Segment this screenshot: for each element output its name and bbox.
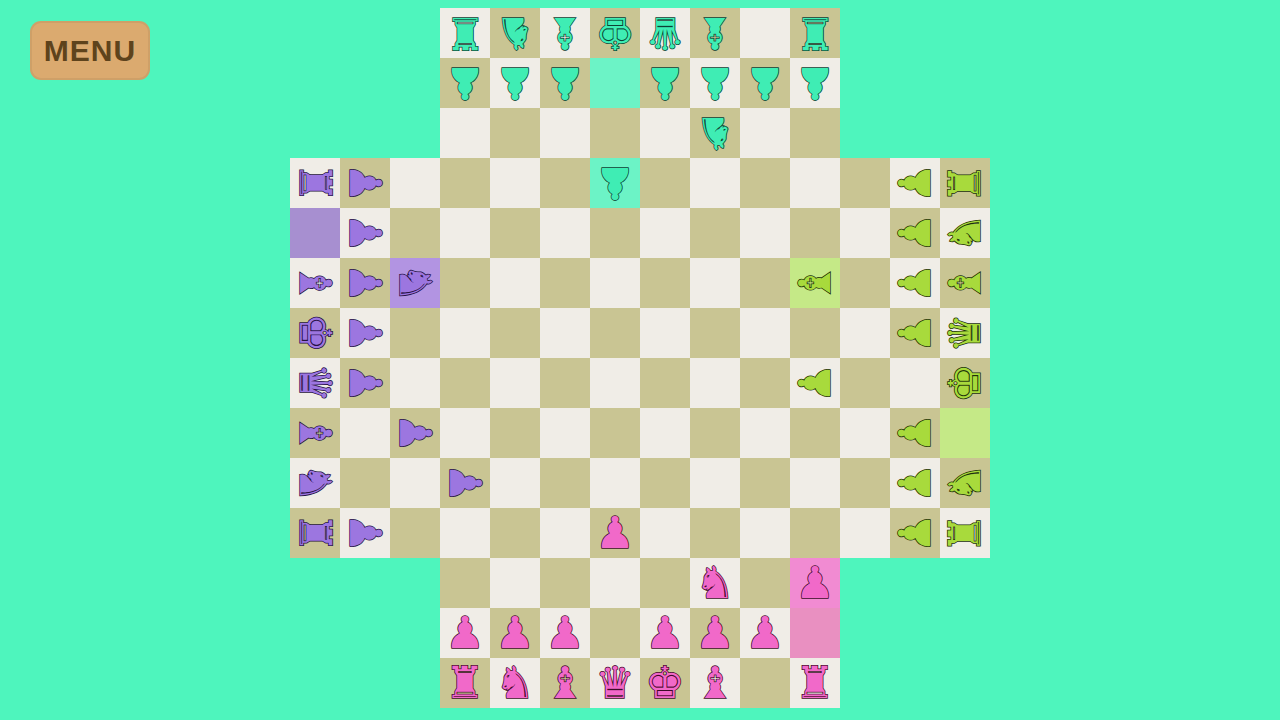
board-cutout: [940, 658, 990, 708]
square-6-9[interactable]: [740, 308, 790, 358]
square-5-4[interactable]: [490, 258, 540, 308]
board-cutout: [290, 658, 340, 708]
square-13-7[interactable]: ♚: [640, 658, 690, 708]
square-1-7[interactable]: ♟: [640, 58, 690, 108]
purple-pawn[interactable]: ♟: [340, 158, 390, 208]
square-7-12[interactable]: [890, 358, 940, 408]
square-2-8[interactable]: ♞: [690, 108, 740, 158]
square-6-7[interactable]: [640, 308, 690, 358]
purple-pawn[interactable]: ♟: [340, 258, 390, 308]
square-3-6[interactable]: ♟: [590, 158, 640, 208]
square-3-4[interactable]: [490, 158, 540, 208]
square-4-2[interactable]: [390, 208, 440, 258]
board-cutout: [340, 608, 390, 658]
square-11-3[interactable]: [440, 558, 490, 608]
purple-pawn[interactable]: ♟: [340, 358, 390, 408]
square-11-6[interactable]: [590, 558, 640, 608]
square-4-0[interactable]: [290, 208, 340, 258]
teal-pawn[interactable]: ♟: [440, 58, 490, 108]
square-5-7[interactable]: [640, 258, 690, 308]
square-1-3[interactable]: ♟: [440, 58, 490, 108]
square-3-12[interactable]: ♟: [890, 158, 940, 208]
square-3-3[interactable]: [440, 158, 490, 208]
square-10-6[interactable]: ♟: [590, 508, 640, 558]
green-pawn[interactable]: ♟: [890, 408, 940, 458]
square-4-11[interactable]: [840, 208, 890, 258]
teal-king[interactable]: ♚: [590, 8, 640, 58]
square-5-13[interactable]: ♝: [940, 258, 990, 308]
board-cutout: [940, 558, 990, 608]
square-0-8[interactable]: ♝: [690, 8, 740, 58]
green-pawn[interactable]: ♟: [890, 158, 940, 208]
square-6-3[interactable]: [440, 308, 490, 358]
square-5-5[interactable]: [540, 258, 590, 308]
square-9-0[interactable]: ♞: [290, 458, 340, 508]
green-bishop[interactable]: ♝: [940, 258, 990, 308]
square-8-1[interactable]: [340, 408, 390, 458]
square-0-7[interactable]: ♛: [640, 8, 690, 58]
purple-pawn[interactable]: ♟: [340, 508, 390, 558]
board-cutout: [840, 58, 890, 108]
square-5-11[interactable]: [840, 258, 890, 308]
square-7-5[interactable]: [540, 358, 590, 408]
teal-rook[interactable]: ♜: [790, 8, 840, 58]
square-7-3[interactable]: [440, 358, 490, 408]
teal-pawn[interactable]: ♟: [590, 158, 640, 208]
square-5-9[interactable]: [740, 258, 790, 308]
square-5-8[interactable]: [690, 258, 740, 308]
square-9-9[interactable]: [740, 458, 790, 508]
square-2-9[interactable]: [740, 108, 790, 158]
square-4-7[interactable]: [640, 208, 690, 258]
square-8-6[interactable]: [590, 408, 640, 458]
purple-knight[interactable]: ♞: [390, 258, 440, 308]
teal-bishop[interactable]: ♝: [540, 8, 590, 58]
square-7-6[interactable]: [590, 358, 640, 408]
square-10-7[interactable]: [640, 508, 690, 558]
purple-pawn[interactable]: ♟: [340, 208, 390, 258]
pink-pawn[interactable]: ♟: [590, 508, 640, 558]
square-10-13[interactable]: ♜: [940, 508, 990, 558]
square-4-3[interactable]: [440, 208, 490, 258]
board-cutout: [340, 558, 390, 608]
square-2-10[interactable]: [790, 108, 840, 158]
square-9-7[interactable]: [640, 458, 690, 508]
teal-bishop[interactable]: ♝: [690, 8, 740, 58]
square-3-1[interactable]: ♟: [340, 158, 390, 208]
pink-rook[interactable]: ♜: [440, 658, 490, 708]
square-5-1[interactable]: ♟: [340, 258, 390, 308]
square-13-5[interactable]: ♝: [540, 658, 590, 708]
square-1-5[interactable]: ♟: [540, 58, 590, 108]
square-10-11[interactable]: [840, 508, 890, 558]
purple-bishop[interactable]: ♝: [290, 408, 340, 458]
square-4-12[interactable]: ♟: [890, 208, 940, 258]
green-pawn[interactable]: ♟: [890, 508, 940, 558]
teal-pawn[interactable]: ♟: [490, 58, 540, 108]
chess-board: ♜♞♝♚♛♝♜♟♟♟♟♟♟♟♞♜♟♟♟♜♟♟♞♝♟♞♝♟♝♚♟♟♛♛♟♟♚♝♟♟…: [290, 8, 990, 708]
board-cutout: [840, 658, 890, 708]
square-13-8[interactable]: ♝: [690, 658, 740, 708]
square-13-4[interactable]: ♞: [490, 658, 540, 708]
menu-button[interactable]: MENU: [30, 21, 150, 80]
square-5-6[interactable]: [590, 258, 640, 308]
square-8-11[interactable]: [840, 408, 890, 458]
square-2-4[interactable]: [490, 108, 540, 158]
pink-pawn[interactable]: ♟: [540, 608, 590, 658]
purple-bishop[interactable]: ♝: [290, 258, 340, 308]
square-3-11[interactable]: [840, 158, 890, 208]
board-cutout: [290, 8, 340, 58]
square-1-6[interactable]: [590, 58, 640, 108]
square-11-10[interactable]: ♟: [790, 558, 840, 608]
square-8-5[interactable]: [540, 408, 590, 458]
green-queen[interactable]: ♛: [940, 308, 990, 358]
square-9-4[interactable]: [490, 458, 540, 508]
square-6-6[interactable]: [590, 308, 640, 358]
green-bishop[interactable]: ♝: [790, 258, 840, 308]
board-cutout: [890, 558, 940, 608]
square-10-8[interactable]: [690, 508, 740, 558]
square-2-3[interactable]: [440, 108, 490, 158]
square-0-4[interactable]: ♞: [490, 8, 540, 58]
square-9-13[interactable]: ♞: [940, 458, 990, 508]
pink-rook[interactable]: ♜: [790, 658, 840, 708]
square-5-12[interactable]: ♟: [890, 258, 940, 308]
square-8-10[interactable]: [790, 408, 840, 458]
square-6-2[interactable]: [390, 308, 440, 358]
square-12-7[interactable]: ♟: [640, 608, 690, 658]
square-6-1[interactable]: ♟: [340, 308, 390, 358]
square-5-3[interactable]: [440, 258, 490, 308]
square-4-6[interactable]: [590, 208, 640, 258]
green-king[interactable]: ♚: [940, 358, 990, 408]
square-6-13[interactable]: ♛: [940, 308, 990, 358]
square-8-8[interactable]: [690, 408, 740, 458]
square-10-3[interactable]: [440, 508, 490, 558]
board-cutout: [390, 58, 440, 108]
square-8-12[interactable]: ♟: [890, 408, 940, 458]
board-cutout: [340, 58, 390, 108]
square-7-10[interactable]: ♟: [790, 358, 840, 408]
square-3-7[interactable]: [640, 158, 690, 208]
square-13-10[interactable]: ♜: [790, 658, 840, 708]
green-knight[interactable]: ♞: [940, 458, 990, 508]
board-cutout: [340, 8, 390, 58]
board-cutout: [290, 108, 340, 158]
square-1-8[interactable]: ♟: [690, 58, 740, 108]
square-3-13[interactable]: ♜: [940, 158, 990, 208]
board-cutout: [890, 108, 940, 158]
teal-pawn[interactable]: ♟: [690, 58, 740, 108]
square-12-4[interactable]: ♟: [490, 608, 540, 658]
square-12-5[interactable]: ♟: [540, 608, 590, 658]
square-3-8[interactable]: [690, 158, 740, 208]
pink-pawn[interactable]: ♟: [640, 608, 690, 658]
green-rook[interactable]: ♜: [940, 508, 990, 558]
square-9-3[interactable]: ♟: [440, 458, 490, 508]
square-3-5[interactable]: [540, 158, 590, 208]
square-13-6[interactable]: ♛: [590, 658, 640, 708]
square-12-8[interactable]: ♟: [690, 608, 740, 658]
board-cutout: [390, 8, 440, 58]
square-10-2[interactable]: [390, 508, 440, 558]
pink-pawn[interactable]: ♟: [490, 608, 540, 658]
square-11-9[interactable]: [740, 558, 790, 608]
pink-pawn[interactable]: ♟: [740, 608, 790, 658]
green-pawn[interactable]: ♟: [890, 258, 940, 308]
green-knight[interactable]: ♞: [940, 208, 990, 258]
square-3-9[interactable]: [740, 158, 790, 208]
square-6-0[interactable]: ♚: [290, 308, 340, 358]
teal-queen[interactable]: ♛: [640, 8, 690, 58]
board-cutout: [840, 608, 890, 658]
square-9-2[interactable]: [390, 458, 440, 508]
square-10-9[interactable]: [740, 508, 790, 558]
square-8-13[interactable]: [940, 408, 990, 458]
square-0-5[interactable]: ♝: [540, 8, 590, 58]
square-6-10[interactable]: [790, 308, 840, 358]
square-8-9[interactable]: [740, 408, 790, 458]
board-cutout: [390, 658, 440, 708]
square-4-10[interactable]: [790, 208, 840, 258]
square-3-2[interactable]: [390, 158, 440, 208]
pink-pawn[interactable]: ♟: [790, 558, 840, 608]
purple-knight[interactable]: ♞: [290, 458, 340, 508]
square-6-4[interactable]: [490, 308, 540, 358]
square-3-10[interactable]: [790, 158, 840, 208]
square-3-0[interactable]: ♜: [290, 158, 340, 208]
purple-pawn[interactable]: ♟: [340, 308, 390, 358]
board-cutout: [390, 558, 440, 608]
square-8-4[interactable]: [490, 408, 540, 458]
square-11-4[interactable]: [490, 558, 540, 608]
square-0-9[interactable]: [740, 8, 790, 58]
board-cutout: [390, 608, 440, 658]
square-8-3[interactable]: [440, 408, 490, 458]
green-pawn[interactable]: ♟: [790, 358, 840, 408]
square-0-6[interactable]: ♚: [590, 8, 640, 58]
purple-rook[interactable]: ♜: [290, 158, 340, 208]
square-6-8[interactable]: [690, 308, 740, 358]
purple-rook[interactable]: ♜: [290, 508, 340, 558]
square-7-1[interactable]: ♟: [340, 358, 390, 408]
square-0-10[interactable]: ♜: [790, 8, 840, 58]
board-cutout: [840, 108, 890, 158]
square-7-4[interactable]: [490, 358, 540, 408]
square-10-5[interactable]: [540, 508, 590, 558]
purple-king[interactable]: ♚: [290, 308, 340, 358]
square-5-2[interactable]: ♞: [390, 258, 440, 308]
square-6-11[interactable]: [840, 308, 890, 358]
square-5-0[interactable]: ♝: [290, 258, 340, 308]
square-12-9[interactable]: ♟: [740, 608, 790, 658]
pink-knight[interactable]: ♞: [490, 658, 540, 708]
square-5-10[interactable]: ♝: [790, 258, 840, 308]
teal-pawn[interactable]: ♟: [740, 58, 790, 108]
square-11-5[interactable]: [540, 558, 590, 608]
square-10-4[interactable]: [490, 508, 540, 558]
board-cutout: [940, 8, 990, 58]
square-2-6[interactable]: [590, 108, 640, 158]
square-1-4[interactable]: ♟: [490, 58, 540, 108]
square-11-8[interactable]: ♞: [690, 558, 740, 608]
board-cutout: [340, 108, 390, 158]
teal-knight[interactable]: ♞: [490, 8, 540, 58]
board-cutout: [940, 608, 990, 658]
square-7-2[interactable]: [390, 358, 440, 408]
square-4-9[interactable]: [740, 208, 790, 258]
square-0-3[interactable]: ♜: [440, 8, 490, 58]
square-8-2[interactable]: ♟: [390, 408, 440, 458]
square-10-10[interactable]: [790, 508, 840, 558]
green-pawn[interactable]: ♟: [890, 208, 940, 258]
board-cutout: [340, 658, 390, 708]
pink-pawn[interactable]: ♟: [690, 608, 740, 658]
green-pawn[interactable]: ♟: [890, 308, 940, 358]
square-9-12[interactable]: ♟: [890, 458, 940, 508]
pink-pawn[interactable]: ♟: [440, 608, 490, 658]
board-cutout: [290, 558, 340, 608]
square-1-10[interactable]: ♟: [790, 58, 840, 108]
purple-pawn[interactable]: ♟: [390, 408, 440, 458]
square-10-1[interactable]: ♟: [340, 508, 390, 558]
pink-king[interactable]: ♚: [640, 658, 690, 708]
square-7-11[interactable]: [840, 358, 890, 408]
board-cutout: [940, 58, 990, 108]
square-8-7[interactable]: [640, 408, 690, 458]
square-4-1[interactable]: ♟: [340, 208, 390, 258]
square-7-8[interactable]: [690, 358, 740, 408]
square-7-13[interactable]: ♚: [940, 358, 990, 408]
board-cutout: [940, 108, 990, 158]
board-cutout: [840, 558, 890, 608]
square-9-5[interactable]: [540, 458, 590, 508]
board-cutout: [390, 108, 440, 158]
square-11-7[interactable]: [640, 558, 690, 608]
square-9-8[interactable]: [690, 458, 740, 508]
purple-queen[interactable]: ♛: [290, 358, 340, 408]
square-7-0[interactable]: ♛: [290, 358, 340, 408]
square-9-6[interactable]: [590, 458, 640, 508]
board-cutout: [890, 658, 940, 708]
square-10-12[interactable]: ♟: [890, 508, 940, 558]
square-1-9[interactable]: ♟: [740, 58, 790, 108]
square-12-6[interactable]: [590, 608, 640, 658]
square-4-5[interactable]: [540, 208, 590, 258]
square-2-5[interactable]: [540, 108, 590, 158]
square-10-0[interactable]: ♜: [290, 508, 340, 558]
square-4-4[interactable]: [490, 208, 540, 258]
pink-knight[interactable]: ♞: [690, 558, 740, 608]
square-2-7[interactable]: [640, 108, 690, 158]
square-9-10[interactable]: [790, 458, 840, 508]
green-rook[interactable]: ♜: [940, 158, 990, 208]
square-13-3[interactable]: ♜: [440, 658, 490, 708]
square-12-10[interactable]: [790, 608, 840, 658]
teal-rook[interactable]: ♜: [440, 8, 490, 58]
teal-pawn[interactable]: ♟: [790, 58, 840, 108]
square-6-5[interactable]: [540, 308, 590, 358]
board-cutout: [840, 8, 890, 58]
pink-bishop[interactable]: ♝: [540, 658, 590, 708]
square-7-9[interactable]: [740, 358, 790, 408]
square-6-12[interactable]: ♟: [890, 308, 940, 358]
teal-pawn[interactable]: ♟: [640, 58, 690, 108]
board-cutout: [290, 608, 340, 658]
board-cutout: [890, 58, 940, 108]
teal-pawn[interactable]: ♟: [540, 58, 590, 108]
board-cutout: [290, 58, 340, 108]
square-9-11[interactable]: [840, 458, 890, 508]
square-12-3[interactable]: ♟: [440, 608, 490, 658]
game-background: MENU ♜♞♝♚♛♝♜♟♟♟♟♟♟♟♞♜♟♟♟♜♟♟♞♝♟♞♝♟♝♚♟♟♛♛♟…: [0, 0, 1280, 720]
square-7-7[interactable]: [640, 358, 690, 408]
purple-pawn[interactable]: ♟: [440, 458, 490, 508]
pink-queen[interactable]: ♛: [590, 658, 640, 708]
square-4-13[interactable]: ♞: [940, 208, 990, 258]
pink-bishop[interactable]: ♝: [690, 658, 740, 708]
square-8-0[interactable]: ♝: [290, 408, 340, 458]
board-cutout: [890, 8, 940, 58]
teal-knight[interactable]: ♞: [690, 108, 740, 158]
board-cutout: [890, 608, 940, 658]
square-4-8[interactable]: [690, 208, 740, 258]
square-9-1[interactable]: [340, 458, 390, 508]
green-pawn[interactable]: ♟: [890, 458, 940, 508]
square-13-9[interactable]: [740, 658, 790, 708]
